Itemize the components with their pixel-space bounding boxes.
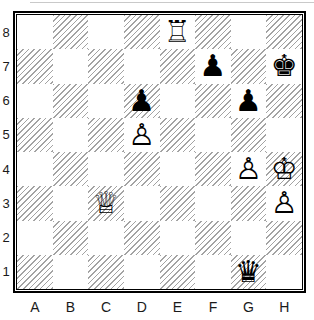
rank-label-5: 5 xyxy=(0,118,12,152)
file-label-b: B xyxy=(53,298,89,316)
file-label-f: F xyxy=(195,298,231,316)
square-c7 xyxy=(88,49,124,83)
square-d8 xyxy=(124,15,160,49)
square-e4 xyxy=(160,152,196,186)
file-label-c: C xyxy=(88,298,124,316)
square-f6 xyxy=(195,84,231,118)
black-queen-g1: ♛ xyxy=(235,257,262,287)
white-rook-e8: ♖ xyxy=(164,17,191,47)
square-h7: ♚ xyxy=(266,49,302,83)
square-g7 xyxy=(231,49,267,83)
square-d6: ♟ xyxy=(124,84,160,118)
square-d1 xyxy=(124,255,160,289)
square-e8: ♖ xyxy=(160,15,196,49)
square-d5: ♙ xyxy=(124,118,160,152)
rank-label-2: 2 xyxy=(0,221,12,255)
file-label-d: D xyxy=(124,298,160,316)
chess-board-grid: ♖♟♚♟♟♙♙♔♕♙♛ xyxy=(17,15,302,289)
square-g2 xyxy=(231,221,267,255)
black-pawn-f7: ♟ xyxy=(199,51,226,81)
chess-board-inner-frame: ♖♟♚♟♟♙♙♔♕♙♛ xyxy=(16,14,303,290)
black-king-h7: ♚ xyxy=(271,51,298,81)
rank-label-1: 1 xyxy=(0,255,12,289)
rank-label-3: 3 xyxy=(0,186,12,220)
square-b3 xyxy=(53,186,89,220)
square-a7 xyxy=(17,49,53,83)
image-edge-line xyxy=(30,2,314,3)
square-h1 xyxy=(266,255,302,289)
square-e7 xyxy=(160,49,196,83)
rank-label-4: 4 xyxy=(0,152,12,186)
square-f1 xyxy=(195,255,231,289)
white-king-h4: ♔ xyxy=(271,154,298,184)
square-c2 xyxy=(88,221,124,255)
square-g4: ♙ xyxy=(231,152,267,186)
square-h4: ♔ xyxy=(266,152,302,186)
square-c8 xyxy=(88,15,124,49)
file-label-g: G xyxy=(231,298,267,316)
file-label-e: E xyxy=(160,298,196,316)
white-pawn-d5: ♙ xyxy=(128,120,155,150)
square-a4 xyxy=(17,152,53,186)
chess-diagram: 87654321 ♖♟♚♟♟♙♙♔♕♙♛ ABCDEFGH xyxy=(0,0,314,320)
square-c3: ♕ xyxy=(88,186,124,220)
square-h3: ♙ xyxy=(266,186,302,220)
square-d7 xyxy=(124,49,160,83)
file-label-h: H xyxy=(266,298,302,316)
chess-board: ♖♟♚♟♟♙♙♔♕♙♛ xyxy=(13,11,306,293)
rank-labels: 87654321 xyxy=(0,15,12,289)
square-b6 xyxy=(53,84,89,118)
rank-label-6: 6 xyxy=(0,84,12,118)
square-e2 xyxy=(160,221,196,255)
square-a8 xyxy=(17,15,53,49)
square-a3 xyxy=(17,186,53,220)
square-d4 xyxy=(124,152,160,186)
square-f5 xyxy=(195,118,231,152)
file-label-a: A xyxy=(17,298,53,316)
square-h2 xyxy=(266,221,302,255)
black-pawn-d6: ♟ xyxy=(128,86,155,116)
square-b1 xyxy=(53,255,89,289)
square-a1 xyxy=(17,255,53,289)
square-b5 xyxy=(53,118,89,152)
square-b4 xyxy=(53,152,89,186)
square-c4 xyxy=(88,152,124,186)
square-f2 xyxy=(195,221,231,255)
square-f3 xyxy=(195,186,231,220)
square-h6 xyxy=(266,84,302,118)
file-labels: ABCDEFGH xyxy=(17,298,302,316)
square-h8 xyxy=(266,15,302,49)
square-g3 xyxy=(231,186,267,220)
white-pawn-h3: ♙ xyxy=(271,188,298,218)
square-b2 xyxy=(53,221,89,255)
rank-label-7: 7 xyxy=(0,49,12,83)
square-f8 xyxy=(195,15,231,49)
square-c5 xyxy=(88,118,124,152)
white-pawn-g4: ♙ xyxy=(235,154,262,184)
square-a5 xyxy=(17,118,53,152)
white-queen-c3: ♕ xyxy=(93,188,120,218)
square-h5 xyxy=(266,118,302,152)
rank-label-8: 8 xyxy=(0,15,12,49)
black-pawn-g6: ♟ xyxy=(235,86,262,116)
square-b8 xyxy=(53,15,89,49)
square-e6 xyxy=(160,84,196,118)
square-e1 xyxy=(160,255,196,289)
square-a2 xyxy=(17,221,53,255)
square-g6: ♟ xyxy=(231,84,267,118)
square-f4 xyxy=(195,152,231,186)
square-c6 xyxy=(88,84,124,118)
square-g1: ♛ xyxy=(231,255,267,289)
square-f7: ♟ xyxy=(195,49,231,83)
square-d2 xyxy=(124,221,160,255)
square-g5 xyxy=(231,118,267,152)
square-a6 xyxy=(17,84,53,118)
square-g8 xyxy=(231,15,267,49)
square-d3 xyxy=(124,186,160,220)
square-e5 xyxy=(160,118,196,152)
square-e3 xyxy=(160,186,196,220)
square-c1 xyxy=(88,255,124,289)
square-b7 xyxy=(53,49,89,83)
